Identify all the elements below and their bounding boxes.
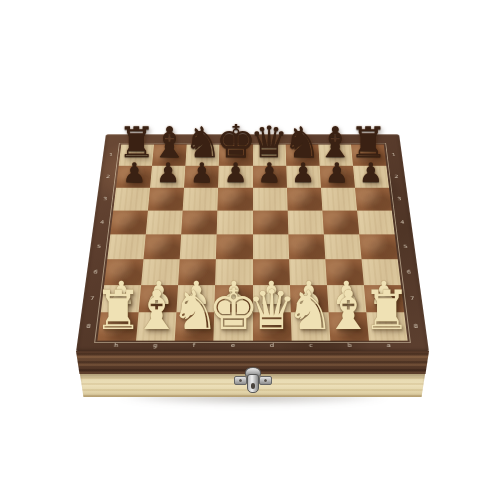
square-h4 bbox=[110, 211, 148, 235]
file-label-b: b bbox=[347, 343, 352, 349]
square-a8 bbox=[366, 312, 407, 340]
square-d4 bbox=[253, 211, 289, 235]
board-grid bbox=[97, 145, 407, 341]
square-g1 bbox=[152, 145, 187, 166]
rank-label-right-6: 6 bbox=[406, 270, 411, 275]
square-f7 bbox=[177, 285, 216, 312]
file-label-d: d bbox=[270, 343, 275, 349]
file-label-h: h bbox=[114, 343, 119, 349]
square-g5 bbox=[144, 234, 182, 259]
square-c5 bbox=[288, 234, 325, 259]
rank-label-right-4: 4 bbox=[400, 220, 405, 225]
square-e3 bbox=[218, 188, 253, 211]
square-g8 bbox=[136, 312, 177, 340]
square-c7 bbox=[290, 285, 329, 312]
square-b2 bbox=[319, 166, 354, 188]
square-h3 bbox=[113, 188, 150, 211]
square-d1 bbox=[253, 145, 286, 166]
rank-label-right-5: 5 bbox=[403, 244, 408, 249]
rank-label-left-7: 7 bbox=[90, 296, 95, 301]
square-h1 bbox=[119, 145, 154, 166]
rank-label-left-2: 2 bbox=[106, 174, 110, 178]
file-label-a: a bbox=[386, 343, 391, 349]
square-f2 bbox=[184, 166, 219, 188]
chessboard: 1122334455667788hgfedcba bbox=[76, 134, 429, 352]
square-e5 bbox=[216, 234, 252, 259]
file-label-f: f bbox=[193, 343, 196, 349]
square-g4 bbox=[146, 211, 183, 235]
square-e1 bbox=[219, 145, 252, 166]
clasp-latch-icon bbox=[234, 365, 272, 399]
square-g7 bbox=[139, 285, 179, 312]
square-a3 bbox=[355, 188, 392, 211]
rank-label-left-8: 8 bbox=[86, 324, 91, 330]
clasp-right-plate bbox=[259, 376, 272, 385]
square-f4 bbox=[181, 211, 217, 235]
square-c1 bbox=[285, 145, 319, 166]
square-g3 bbox=[148, 188, 184, 211]
square-f3 bbox=[183, 188, 219, 211]
square-f6 bbox=[178, 259, 216, 285]
rank-label-right-1: 1 bbox=[392, 153, 396, 157]
rank-label-right-8: 8 bbox=[413, 324, 418, 330]
square-d8 bbox=[253, 312, 292, 340]
square-c2 bbox=[286, 166, 321, 188]
square-c3 bbox=[287, 188, 323, 211]
square-f8 bbox=[175, 312, 215, 340]
square-e2 bbox=[218, 166, 252, 188]
rank-label-right-7: 7 bbox=[410, 296, 415, 301]
square-h7 bbox=[101, 285, 141, 312]
file-label-g: g bbox=[153, 343, 158, 349]
square-d6 bbox=[253, 259, 290, 285]
square-e8 bbox=[214, 312, 253, 340]
square-b3 bbox=[321, 188, 357, 211]
square-a6 bbox=[361, 259, 400, 285]
square-a5 bbox=[359, 234, 398, 259]
rank-label-left-6: 6 bbox=[93, 270, 98, 275]
square-a4 bbox=[357, 211, 395, 235]
square-b5 bbox=[324, 234, 362, 259]
square-e7 bbox=[215, 285, 253, 312]
square-a7 bbox=[364, 285, 404, 312]
square-e4 bbox=[217, 211, 253, 235]
square-f1 bbox=[186, 145, 220, 166]
square-b1 bbox=[318, 145, 353, 166]
rank-label-left-1: 1 bbox=[109, 153, 113, 157]
square-d5 bbox=[253, 234, 289, 259]
square-b7 bbox=[327, 285, 367, 312]
square-c4 bbox=[287, 211, 323, 235]
clasp-hasp bbox=[247, 374, 259, 393]
clasp-left-plate bbox=[234, 376, 247, 385]
square-b6 bbox=[325, 259, 364, 285]
square-b8 bbox=[328, 312, 369, 340]
rank-label-right-3: 3 bbox=[397, 197, 402, 201]
square-a2 bbox=[353, 166, 389, 188]
square-d3 bbox=[253, 188, 288, 211]
square-c8 bbox=[290, 312, 330, 340]
square-d2 bbox=[253, 166, 287, 188]
rank-label-left-4: 4 bbox=[100, 220, 105, 225]
rank-label-left-3: 3 bbox=[103, 197, 108, 201]
square-e6 bbox=[215, 259, 252, 285]
square-g6 bbox=[141, 259, 180, 285]
product-photo: 1122334455667788hgfedcba ♜♝♞♚♛♞♝♜♟♟♟♟♟♟♟… bbox=[0, 0, 500, 500]
square-c6 bbox=[289, 259, 327, 285]
square-f5 bbox=[180, 234, 217, 259]
file-label-e: e bbox=[231, 343, 235, 349]
rank-label-left-5: 5 bbox=[97, 244, 102, 249]
square-d7 bbox=[253, 285, 291, 312]
square-h6 bbox=[104, 259, 143, 285]
square-a1 bbox=[351, 145, 386, 166]
square-h5 bbox=[107, 234, 146, 259]
square-h8 bbox=[97, 312, 138, 340]
square-h2 bbox=[116, 166, 152, 188]
file-label-c: c bbox=[309, 343, 313, 349]
square-g2 bbox=[150, 166, 185, 188]
square-b4 bbox=[322, 211, 359, 235]
rank-label-right-2: 2 bbox=[394, 174, 398, 178]
